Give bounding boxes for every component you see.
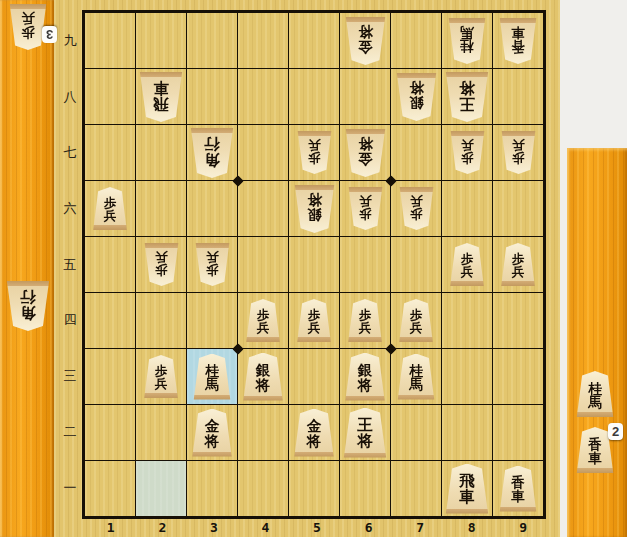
square-5八[interactable]	[289, 69, 339, 124]
square-9九[interactable]: 香車	[493, 13, 543, 68]
piece-歩兵-5四[interactable]: 歩兵	[297, 299, 332, 342]
square-6七[interactable]: 金将	[340, 125, 390, 180]
square-3七[interactable]: 角行	[187, 125, 237, 180]
square-6三[interactable]: 銀将	[340, 349, 390, 404]
piece-飛車-2八[interactable]: 飛車	[139, 72, 183, 122]
piece-char: 金	[307, 419, 322, 434]
square-5七[interactable]: 歩兵	[289, 125, 339, 180]
square-1六[interactable]: 歩兵	[85, 181, 135, 236]
piece-char: 兵	[359, 322, 372, 335]
square-3一[interactable]	[187, 461, 237, 516]
piece-歩兵-7四[interactable]: 歩兵	[399, 299, 434, 342]
square-2五[interactable]: 歩兵	[136, 237, 186, 292]
piece-char: 行	[20, 289, 36, 305]
square-3八[interactable]	[187, 69, 237, 124]
piece-char: 香	[511, 39, 525, 53]
piece-王将-8八[interactable]: 王将	[445, 72, 489, 122]
square-1三[interactable]	[85, 349, 135, 404]
piece-歩兵-5七[interactable]: 歩兵	[297, 131, 332, 174]
square-5一[interactable]	[289, 461, 339, 516]
piece-char: 兵	[359, 194, 372, 207]
file-label: 3	[188, 520, 240, 536]
piece-char: 兵	[206, 250, 219, 263]
square-9八[interactable]	[493, 69, 543, 124]
piece-桂馬-8九[interactable]: 桂馬	[448, 18, 486, 64]
piece-char: 兵	[308, 138, 321, 151]
piece-char: 兵	[155, 250, 168, 263]
piece-王将-6二[interactable]: 王将	[343, 408, 387, 458]
piece-char: 桂	[460, 39, 474, 53]
piece-char: 銀	[256, 363, 271, 378]
square-3三[interactable]: 桂馬	[187, 349, 237, 404]
piece-char: 将	[409, 80, 424, 95]
hand-count-top-pawn: 3	[42, 26, 57, 43]
square-9四[interactable]	[493, 293, 543, 348]
square-4八[interactable]	[238, 69, 288, 124]
square-6九[interactable]: 金将	[340, 13, 390, 68]
rank-label: 七	[58, 125, 82, 181]
shogi-board: 金将桂馬香車飛車銀将王将角行歩兵金将歩兵歩兵歩兵銀将歩兵歩兵歩兵歩兵歩兵歩兵歩兵…	[82, 10, 546, 519]
square-4四[interactable]: 歩兵	[238, 293, 288, 348]
piece-銀将-5六[interactable]: 銀将	[294, 185, 335, 233]
square-6五[interactable]	[340, 237, 390, 292]
square-3九[interactable]	[187, 13, 237, 68]
shogi-app: 九八七六五四三二一 123456789 金将桂馬香車飛車銀将王将角行歩兵金将歩兵…	[0, 0, 627, 537]
square-8九[interactable]: 桂馬	[442, 13, 492, 68]
square-7七[interactable]	[391, 125, 441, 180]
piece-桂馬-7三[interactable]: 桂馬	[397, 354, 435, 400]
square-6四[interactable]: 歩兵	[340, 293, 390, 348]
piece-歩兵-2五[interactable]: 歩兵	[144, 243, 179, 286]
square-9二[interactable]	[493, 405, 543, 460]
square-6一[interactable]	[340, 461, 390, 516]
piece-char: 王	[459, 95, 475, 111]
hand-count-bottom-lance: 2	[608, 423, 623, 440]
square-5六[interactable]: 銀将	[289, 181, 339, 236]
piece-歩兵-9七[interactable]: 歩兵	[501, 131, 536, 174]
square-2三[interactable]: 歩兵	[136, 349, 186, 404]
piece-char: 車	[511, 25, 525, 39]
square-4九[interactable]	[238, 13, 288, 68]
piece-銀将-6三[interactable]: 銀将	[345, 353, 386, 401]
rank-label: 六	[58, 181, 82, 237]
piece-char: 兵	[410, 194, 423, 207]
piece-char: 兵	[308, 322, 321, 335]
piece-char: 馬	[409, 378, 423, 392]
piece-char: 兵	[461, 266, 474, 279]
square-8八[interactable]: 王将	[442, 69, 492, 124]
square-8二[interactable]	[442, 405, 492, 460]
file-label: 9	[498, 520, 550, 536]
piece-銀将-7八[interactable]: 銀将	[396, 73, 437, 121]
piece-char: 銀	[307, 207, 322, 222]
square-1七[interactable]	[85, 125, 135, 180]
square-4六[interactable]	[238, 181, 288, 236]
square-2四[interactable]	[136, 293, 186, 348]
piece-char: 将	[358, 378, 373, 393]
piece-歩兵-6四[interactable]: 歩兵	[348, 299, 383, 342]
piece-char: 兵	[155, 378, 168, 391]
piece-char: 行	[204, 135, 220, 151]
piece-char: 兵	[104, 210, 117, 223]
rank-label: 三	[58, 348, 82, 404]
file-label: 5	[291, 520, 343, 536]
square-1二[interactable]	[85, 405, 135, 460]
piece-char: 金	[358, 151, 373, 166]
file-label: 4	[240, 520, 292, 536]
piece-char: 兵	[257, 322, 270, 335]
square-8六[interactable]	[442, 181, 492, 236]
square-3六[interactable]	[187, 181, 237, 236]
piece-char: 将	[307, 434, 322, 449]
piece-char: 将	[357, 434, 373, 450]
rank-label: 二	[58, 404, 82, 460]
file-label: 2	[137, 520, 189, 536]
piece-飛車-8一[interactable]: 飛車	[445, 464, 489, 514]
square-7三[interactable]: 桂馬	[391, 349, 441, 404]
square-8三[interactable]	[442, 349, 492, 404]
square-8五[interactable]: 歩兵	[442, 237, 492, 292]
piece-歩兵-8五[interactable]: 歩兵	[450, 243, 485, 286]
square-2六[interactable]	[136, 181, 186, 236]
piece-char: 銀	[409, 95, 424, 110]
piece-char: 馬	[460, 25, 474, 39]
square-1五[interactable]	[85, 237, 135, 292]
piece-char: 銀	[358, 363, 373, 378]
piece-香車-9一[interactable]: 香車	[499, 466, 537, 512]
square-7八[interactable]: 銀将	[391, 69, 441, 124]
file-label: 8	[446, 520, 498, 536]
square-2一[interactable]	[136, 461, 186, 516]
square-2七[interactable]	[136, 125, 186, 180]
square-5九[interactable]	[289, 13, 339, 68]
rank-label: 九	[58, 13, 82, 69]
square-2九[interactable]	[136, 13, 186, 68]
square-1一[interactable]	[85, 461, 135, 516]
square-5四[interactable]: 歩兵	[289, 293, 339, 348]
square-1九[interactable]	[85, 13, 135, 68]
square-6二[interactable]: 王将	[340, 405, 390, 460]
piece-char: 車	[459, 490, 475, 506]
square-7二[interactable]	[391, 405, 441, 460]
square-5三[interactable]	[289, 349, 339, 404]
square-3二[interactable]: 金将	[187, 405, 237, 460]
square-9五[interactable]: 歩兵	[493, 237, 543, 292]
piece-char: 金	[358, 39, 373, 54]
piece-char: 角	[204, 151, 220, 167]
square-9三[interactable]	[493, 349, 543, 404]
square-4一[interactable]	[238, 461, 288, 516]
piece-char: 車	[588, 452, 602, 466]
piece-char: 角	[20, 305, 36, 321]
square-4三[interactable]: 銀将	[238, 349, 288, 404]
square-4二[interactable]	[238, 405, 288, 460]
piece-char: 兵	[461, 138, 474, 151]
piece-char: 馬	[588, 396, 602, 410]
piece-char: 車	[153, 79, 169, 95]
komadai-top-player	[0, 0, 54, 537]
rank-label: 一	[58, 460, 82, 516]
piece-歩兵-2三[interactable]: 歩兵	[144, 355, 179, 398]
square-8一[interactable]: 飛車	[442, 461, 492, 516]
piece-歩兵-1六[interactable]: 歩兵	[93, 187, 128, 230]
rank-label: 四	[58, 292, 82, 348]
piece-char: 将	[358, 24, 373, 39]
square-3四[interactable]	[187, 293, 237, 348]
piece-char: 将	[307, 192, 322, 207]
piece-char: 将	[459, 79, 475, 95]
piece-桂馬-3三[interactable]: 桂馬	[193, 354, 231, 400]
piece-char: 将	[205, 434, 220, 449]
piece-歩兵-9五[interactable]: 歩兵	[501, 243, 536, 286]
square-7四[interactable]: 歩兵	[391, 293, 441, 348]
file-label: 6	[343, 520, 395, 536]
piece-歩兵-3五[interactable]: 歩兵	[195, 243, 230, 286]
square-7六[interactable]: 歩兵	[391, 181, 441, 236]
square-5二[interactable]: 金将	[289, 405, 339, 460]
piece-金将-3二[interactable]: 金将	[192, 409, 233, 457]
square-5五[interactable]	[289, 237, 339, 292]
piece-歩兵-4四[interactable]: 歩兵	[246, 299, 281, 342]
piece-char: 歩	[21, 26, 35, 40]
square-1八[interactable]	[85, 69, 135, 124]
piece-char: 飛	[153, 95, 169, 111]
square-2八[interactable]: 飛車	[136, 69, 186, 124]
square-9一[interactable]: 香車	[493, 461, 543, 516]
piece-char: 金	[205, 419, 220, 434]
piece-char: 兵	[512, 266, 525, 279]
square-7一[interactable]	[391, 461, 441, 516]
file-label: 1	[85, 520, 137, 536]
piece-香車-9九[interactable]: 香車	[499, 18, 537, 64]
piece-char: 兵	[410, 322, 423, 335]
piece-金将-6九[interactable]: 金将	[345, 17, 386, 65]
piece-金将-6七[interactable]: 金将	[345, 129, 386, 177]
piece-歩兵-7六[interactable]: 歩兵	[399, 187, 434, 230]
square-2二[interactable]	[136, 405, 186, 460]
piece-歩兵-8七[interactable]: 歩兵	[450, 131, 485, 174]
square-7九[interactable]	[391, 13, 441, 68]
square-8四[interactable]	[442, 293, 492, 348]
piece-銀将-4三[interactable]: 銀将	[243, 353, 284, 401]
square-1四[interactable]	[85, 293, 135, 348]
piece-char: 将	[256, 378, 271, 393]
piece-歩兵-6六[interactable]: 歩兵	[348, 187, 383, 230]
square-4七[interactable]	[238, 125, 288, 180]
piece-char: 兵	[512, 138, 525, 151]
rank-label: 五	[58, 237, 82, 293]
square-9七[interactable]: 歩兵	[493, 125, 543, 180]
piece-角行-3七[interactable]: 角行	[190, 128, 234, 178]
file-labels: 123456789	[85, 520, 549, 536]
square-3五[interactable]: 歩兵	[187, 237, 237, 292]
rank-labels: 九八七六五四三二一	[58, 13, 82, 516]
square-4五[interactable]	[238, 237, 288, 292]
square-6八[interactable]	[340, 69, 390, 124]
piece-char: 車	[511, 490, 525, 504]
rank-label: 八	[58, 69, 82, 125]
square-9六[interactable]	[493, 181, 543, 236]
square-8七[interactable]: 歩兵	[442, 125, 492, 180]
file-label: 7	[394, 520, 446, 536]
piece-char: 馬	[205, 378, 219, 392]
piece-char: 兵	[21, 12, 35, 26]
square-6六[interactable]: 歩兵	[340, 181, 390, 236]
piece-金将-5二[interactable]: 金将	[294, 409, 335, 457]
komadai-bottom-player	[567, 148, 627, 537]
piece-char: 将	[358, 136, 373, 151]
square-7五[interactable]	[391, 237, 441, 292]
